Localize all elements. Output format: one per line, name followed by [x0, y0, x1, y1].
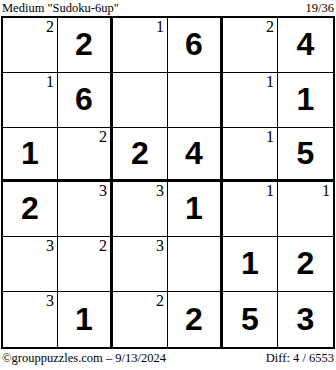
corner-mark: 2: [156, 292, 164, 309]
cell-r1c4[interactable]: 6: [168, 18, 223, 73]
cell-value: 1: [241, 247, 259, 279]
corner-mark: 2: [266, 18, 274, 35]
cell-r2c3[interactable]: [113, 73, 168, 128]
cell-r2c1[interactable]: 1: [3, 73, 58, 128]
cell-value: 4: [185, 137, 203, 169]
cell-r6c6[interactable]: 3: [278, 292, 333, 347]
cell-r6c3[interactable]: 2: [113, 292, 168, 347]
cell-r5c5[interactable]: 1: [223, 237, 278, 292]
cell-value: 1: [75, 303, 93, 335]
cell-value: 2: [185, 303, 203, 335]
cell-value: 5: [241, 303, 259, 335]
cell-value: 1: [297, 83, 315, 115]
difficulty-text: Diff: 4 / 6553: [266, 351, 334, 366]
cell-r4c2[interactable]: 3: [58, 182, 113, 237]
cell-value: 1: [21, 137, 39, 169]
cell-r5c4[interactable]: [168, 237, 223, 292]
cell-r4c1[interactable]: 2: [3, 182, 58, 237]
corner-mark: 1: [266, 73, 274, 90]
puzzle-counter: 19/36: [306, 1, 334, 16]
corner-mark: 1: [266, 128, 274, 145]
cell-r3c6[interactable]: 5: [278, 128, 333, 183]
cell-value: 1: [185, 192, 203, 224]
copyright-text: ©grouppuzzles.com – 9/13/2024: [2, 351, 166, 366]
cell-value: 2: [131, 137, 149, 169]
cell-r2c2[interactable]: 6: [58, 73, 113, 128]
cell-r4c4[interactable]: 1: [168, 182, 223, 237]
cell-r5c3[interactable]: 3: [113, 237, 168, 292]
cell-r3c4[interactable]: 4: [168, 128, 223, 183]
cell-r2c4[interactable]: [168, 73, 223, 128]
corner-mark: 2: [99, 128, 107, 145]
cell-r1c2[interactable]: 2: [58, 18, 113, 73]
cell-r1c3[interactable]: 1: [113, 18, 168, 73]
cell-value: 6: [185, 28, 203, 60]
cell-value: 2: [297, 247, 315, 279]
corner-mark: 2: [99, 237, 107, 254]
cell-r6c1[interactable]: 3: [3, 292, 58, 347]
cell-r2c6[interactable]: 1: [278, 73, 333, 128]
puzzle-title: Medium "Sudoku-6up": [2, 1, 119, 16]
cell-r6c5[interactable]: 5: [223, 292, 278, 347]
cell-value: 4: [297, 28, 315, 60]
corner-mark: 3: [46, 237, 54, 254]
corner-mark: 3: [46, 292, 54, 309]
cell-r3c2[interactable]: 2: [58, 128, 113, 183]
cell-r5c1[interactable]: 3: [3, 237, 58, 292]
cell-r5c6[interactable]: 2: [278, 237, 333, 292]
corner-mark: 3: [99, 182, 107, 199]
cell-r3c3[interactable]: 2: [113, 128, 168, 183]
corner-mark: 3: [156, 237, 164, 254]
corner-mark: 3: [156, 182, 164, 199]
cell-r2c5[interactable]: 1: [223, 73, 278, 128]
cell-value: 3: [297, 303, 315, 335]
corner-mark: 2: [46, 18, 54, 35]
corner-mark: 1: [46, 73, 54, 90]
cell-r4c3[interactable]: 3: [113, 182, 168, 237]
cell-value: 2: [21, 192, 39, 224]
cell-r1c6[interactable]: 4: [278, 18, 333, 73]
cell-r6c4[interactable]: 2: [168, 292, 223, 347]
corner-mark: 1: [156, 18, 164, 35]
cell-r3c5[interactable]: 1: [223, 128, 278, 183]
cell-value: 2: [75, 28, 93, 60]
sudoku-board: 221624161112241523311132312312253: [1, 16, 335, 349]
cell-value: 5: [297, 137, 315, 169]
cell-r5c2[interactable]: 2: [58, 237, 113, 292]
cell-r3c1[interactable]: 1: [3, 128, 58, 183]
cell-r4c5[interactable]: 1: [223, 182, 278, 237]
page-header: Medium "Sudoku-6up" 19/36: [2, 1, 334, 16]
cell-r1c1[interactable]: 2: [3, 18, 58, 73]
corner-mark: 1: [266, 182, 274, 199]
cell-r1c5[interactable]: 2: [223, 18, 278, 73]
cell-r6c2[interactable]: 1: [58, 292, 113, 347]
cell-r4c6[interactable]: 1: [278, 182, 333, 237]
cell-value: 6: [75, 83, 93, 115]
corner-mark: 1: [322, 182, 330, 199]
page-footer: ©grouppuzzles.com – 9/13/2024 Diff: 4 / …: [2, 351, 334, 366]
